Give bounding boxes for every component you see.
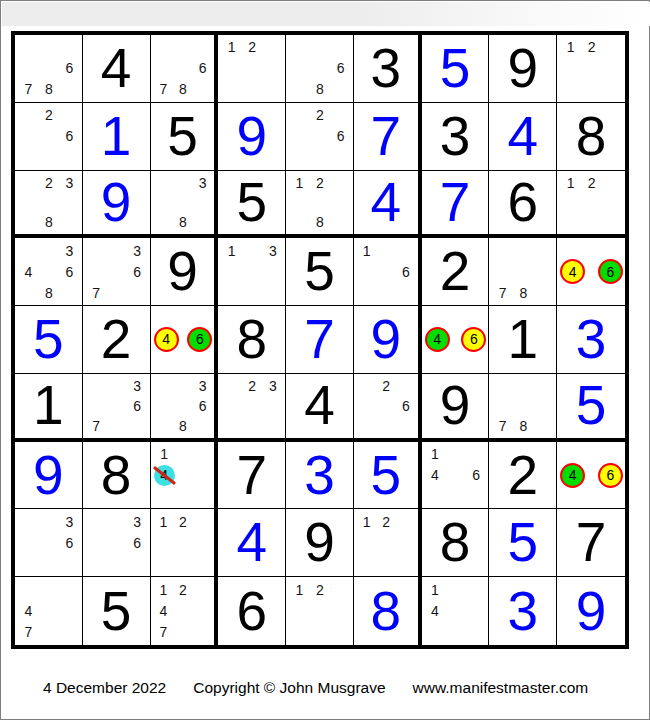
- candidate-grid: 128: [289, 173, 351, 233]
- candidate-slot-6: 6: [598, 259, 623, 284]
- candidate-grid: 12: [221, 37, 283, 100]
- candidate-7: 7: [86, 282, 107, 303]
- cell-r9c1[interactable]: 47: [15, 577, 83, 645]
- cell-value: 8: [354, 577, 418, 645]
- candidate-3: 3: [59, 240, 80, 261]
- cell-r8c5[interactable]: 9: [286, 509, 354, 577]
- candidate-8: 8: [513, 282, 534, 303]
- candidate-slot-4: 4: [154, 327, 179, 352]
- cell-r9c7[interactable]: 14: [422, 577, 490, 645]
- candidate-6: 6: [59, 58, 80, 79]
- footer-date: 4 December 2022: [43, 679, 166, 697]
- candidate-2: 2: [173, 579, 193, 600]
- cell-r8c9[interactable]: 7: [557, 509, 625, 577]
- candidate-3: 3: [127, 240, 148, 261]
- candidate-3: 3: [127, 511, 148, 532]
- cell-r1c8[interactable]: 9: [489, 35, 557, 103]
- candidate-2: 2: [39, 173, 60, 193]
- candidate-4: 4: [425, 600, 446, 621]
- cell-value: 1: [15, 374, 82, 438]
- candidate-slot-4: 4: [560, 463, 585, 488]
- cell-value: 8: [218, 306, 285, 373]
- cell-value: 2: [489, 442, 556, 509]
- candidate-4-highlight-yellow: 4: [560, 259, 585, 284]
- candidate-1: 1: [357, 240, 377, 261]
- cell-r4c9[interactable]: 46: [557, 238, 625, 306]
- cell-r9c8[interactable]: 3: [489, 577, 557, 645]
- candidate-2: 2: [39, 105, 60, 126]
- cell-r9c4[interactable]: 6: [218, 577, 286, 645]
- candidate-6: 6: [193, 396, 213, 416]
- cell-r8c4[interactable]: 4: [218, 509, 286, 577]
- cell-value: 9: [83, 171, 150, 235]
- candidate-grid: 678: [154, 37, 213, 100]
- cell-r2c6[interactable]: 7: [354, 103, 422, 171]
- cell-r7c4[interactable]: 7: [218, 442, 286, 510]
- cell-r4c6[interactable]: 16: [354, 238, 422, 306]
- cell-value: 4: [218, 509, 285, 576]
- cell-r1c2[interactable]: 4: [83, 35, 151, 103]
- cell-r6c4[interactable]: 23: [218, 374, 286, 442]
- cell-r1c4[interactable]: 12: [218, 35, 286, 103]
- candidate-1: 1: [154, 444, 175, 465]
- cell-r2c2[interactable]: 1: [83, 103, 151, 171]
- cell-value: 3: [557, 306, 625, 373]
- cell-r3c2[interactable]: 9: [83, 171, 151, 239]
- candidate-6: 6: [127, 261, 148, 282]
- cell-r2c7[interactable]: 3: [422, 103, 490, 171]
- candidate-3: 3: [263, 240, 284, 261]
- cell-value: 4: [354, 171, 418, 235]
- cell-value: 8: [422, 509, 489, 576]
- candidate-slot-6: 6: [461, 327, 486, 352]
- candidate-4: 4: [18, 261, 39, 282]
- cell-r1c9[interactable]: 12: [557, 35, 625, 103]
- candidate-grid: 12: [560, 37, 623, 100]
- candidate-6: 6: [396, 396, 416, 416]
- candidate-8: 8: [310, 79, 331, 100]
- candidate-2: 2: [310, 173, 331, 193]
- cell-r2c4[interactable]: 9: [218, 103, 286, 171]
- candidate-grid: 78: [492, 240, 554, 303]
- candidate-grid: 367: [86, 240, 148, 303]
- candidate-2: 2: [581, 37, 602, 58]
- candidate-3: 3: [193, 376, 213, 396]
- candidate-grid: 678: [18, 37, 80, 100]
- cell-r3c8[interactable]: 6: [489, 171, 557, 239]
- cell-value: 1: [489, 306, 556, 373]
- cell-r8c1[interactable]: 36: [15, 509, 83, 577]
- candidate-7: 7: [86, 416, 107, 436]
- candidate-6: 6: [127, 396, 148, 416]
- cell-value: 2: [422, 238, 489, 305]
- candidate-slot-4: 4: [154, 465, 175, 486]
- sudoku-board: 6784678126835912261592673482389385128476…: [11, 31, 629, 649]
- cell-value: 7: [422, 171, 489, 235]
- cell-value: 4: [83, 35, 150, 102]
- candidate-grid: 14: [154, 444, 213, 507]
- candidate-1: 1: [221, 37, 242, 58]
- cell-r1c5[interactable]: 68: [286, 35, 354, 103]
- cell-r5c4[interactable]: 8: [218, 306, 286, 374]
- candidate-slot-4: 4: [425, 327, 450, 352]
- candidate-slot-6: 6: [187, 327, 212, 352]
- cell-value: 3: [422, 103, 489, 170]
- cell-r7c1[interactable]: 9: [15, 442, 83, 510]
- candidate-grid: 68: [289, 37, 351, 100]
- cell-r8c2[interactable]: 36: [83, 509, 151, 577]
- cell-r2c1[interactable]: 26: [15, 103, 83, 171]
- cell-r5c9[interactable]: 3: [557, 306, 625, 374]
- cell-r2c5[interactable]: 26: [286, 103, 354, 171]
- footer-copyright: Copyright © John Musgrave: [193, 679, 385, 697]
- candidate-grid: 146: [425, 444, 487, 507]
- candidate-1: 1: [357, 511, 377, 532]
- candidate-6: 6: [193, 58, 213, 79]
- candidate-3: 3: [59, 173, 80, 193]
- candidate-7: 7: [492, 416, 513, 436]
- candidate-2: 2: [376, 376, 396, 396]
- candidate-grid: 38: [154, 173, 213, 233]
- candidate-6: 6: [59, 261, 80, 282]
- cell-r7c2[interactable]: 8: [83, 442, 151, 510]
- candidate-1: 1: [289, 579, 310, 600]
- candidate-6: 6: [127, 532, 148, 553]
- cell-value: 9: [286, 509, 353, 576]
- candidate-1: 1: [289, 173, 310, 193]
- cell-r9c9[interactable]: 9: [557, 577, 625, 645]
- cell-value: 9: [557, 577, 625, 645]
- candidate-grid: 46: [154, 308, 213, 371]
- candidate-3: 3: [193, 173, 213, 193]
- candidate-grid: 26: [18, 105, 80, 168]
- page-frame: 6784678126835912261592673482389385128476…: [0, 0, 650, 720]
- cell-value: 6: [218, 577, 285, 645]
- candidate-grid: 12: [289, 579, 351, 643]
- candidate-grid: 47: [18, 579, 80, 643]
- cell-r1c6[interactable]: 3: [354, 35, 422, 103]
- candidate-2: 2: [242, 37, 263, 58]
- candidate-grid: 14: [425, 579, 487, 643]
- cell-r5c6[interactable]: 9: [354, 306, 422, 374]
- candidate-grid: 367: [86, 376, 148, 436]
- cell-r3c7[interactable]: 7: [422, 171, 490, 239]
- cell-r2c8[interactable]: 4: [489, 103, 557, 171]
- cell-r1c7[interactable]: 5: [422, 35, 490, 103]
- candidate-8: 8: [173, 212, 193, 232]
- footer: 4 December 2022 Copyright © John Musgrav…: [43, 679, 588, 697]
- candidate-4-highlight-green: 4: [425, 327, 450, 352]
- cell-r7c8[interactable]: 2: [489, 442, 557, 510]
- cell-value: 3: [354, 35, 418, 102]
- candidate-grid: 46: [560, 444, 623, 507]
- cell-r9c2[interactable]: 5: [83, 577, 151, 645]
- candidate-7: 7: [18, 79, 39, 100]
- candidate-6: 6: [466, 465, 487, 486]
- candidate-3: 3: [263, 376, 284, 396]
- cell-value: 9: [15, 442, 82, 509]
- cell-r6c3[interactable]: 368: [151, 374, 219, 442]
- candidate-4: 4: [18, 600, 39, 621]
- cell-r5c3[interactable]: 46: [151, 306, 219, 374]
- cell-value: 5: [218, 171, 285, 235]
- cell-value: 5: [151, 103, 215, 170]
- candidate-6-highlight-green: 6: [187, 327, 212, 352]
- candidate-1: 1: [154, 579, 174, 600]
- candidate-grid: 1247: [154, 579, 213, 643]
- cell-value: 9: [489, 35, 556, 102]
- candidate-grid: 12: [154, 511, 213, 574]
- cell-value: 5: [489, 509, 556, 576]
- cell-r7c5[interactable]: 3: [286, 442, 354, 510]
- candidate-1: 1: [560, 173, 581, 193]
- cell-value: 5: [15, 306, 82, 373]
- candidate-grid: 12: [560, 173, 623, 233]
- cell-r3c1[interactable]: 238: [15, 171, 83, 239]
- cell-r7c7[interactable]: 146: [422, 442, 490, 510]
- cell-value: 5: [422, 35, 489, 102]
- cell-value: 2: [83, 306, 150, 373]
- cell-r3c9[interactable]: 12: [557, 171, 625, 239]
- cell-r6c1[interactable]: 1: [15, 374, 83, 442]
- cell-value: 3: [286, 442, 353, 509]
- cell-r4c1[interactable]: 3468: [15, 238, 83, 306]
- cell-value: 7: [557, 509, 625, 576]
- cell-value: 3: [489, 577, 556, 645]
- cell-value: 8: [83, 442, 150, 509]
- cell-r2c3[interactable]: 5: [151, 103, 219, 171]
- candidate-7: 7: [154, 79, 174, 100]
- cell-value: 5: [354, 442, 418, 509]
- cell-r8c6[interactable]: 12: [354, 509, 422, 577]
- cell-value: 8: [557, 103, 625, 170]
- candidate-6-highlight-green: 6: [598, 259, 623, 284]
- candidate-grid: 46: [560, 240, 623, 303]
- cell-value: 1: [83, 103, 150, 170]
- cell-r7c3[interactable]: 14: [151, 442, 219, 510]
- cell-r6c6[interactable]: 26: [354, 374, 422, 442]
- cell-r9c5[interactable]: 12: [286, 577, 354, 645]
- cell-r8c3[interactable]: 12: [151, 509, 219, 577]
- candidate-4-highlight-yellow: 4: [154, 327, 179, 352]
- cell-r3c3[interactable]: 38: [151, 171, 219, 239]
- candidate-1: 1: [154, 511, 174, 532]
- cell-value: 9: [218, 103, 285, 170]
- candidate-grid: 16: [357, 240, 416, 303]
- candidate-7: 7: [154, 622, 174, 643]
- candidate-slot-6: 6: [598, 463, 623, 488]
- cell-value: 7: [354, 103, 418, 170]
- cell-value: 5: [83, 577, 150, 645]
- candidate-1: 1: [221, 240, 242, 261]
- cell-r6c9[interactable]: 5: [557, 374, 625, 442]
- candidate-grid: 46: [425, 308, 487, 371]
- candidate-3: 3: [127, 376, 148, 396]
- candidate-grid: 26: [357, 376, 416, 436]
- cell-r6c2[interactable]: 367: [83, 374, 151, 442]
- cell-r7c9[interactable]: 46: [557, 442, 625, 510]
- candidate-grid: 36: [18, 511, 80, 574]
- candidate-7: 7: [18, 622, 39, 643]
- candidate-6: 6: [59, 126, 80, 147]
- top-bar: [2, 2, 650, 26]
- cell-r4c5[interactable]: 5: [286, 238, 354, 306]
- cell-value: 9: [422, 374, 489, 438]
- candidate-6: 6: [330, 58, 351, 79]
- candidate-6: 6: [330, 126, 351, 147]
- cell-r3c6[interactable]: 4: [354, 171, 422, 239]
- cell-value: 5: [286, 238, 353, 305]
- candidate-2: 2: [310, 105, 331, 126]
- footer-website: www.manifestmaster.com: [413, 679, 589, 697]
- candidate-4: 4: [154, 600, 174, 621]
- candidate-6: 6: [396, 261, 416, 282]
- candidate-grid: 13: [221, 240, 283, 303]
- cell-value: 9: [151, 238, 215, 305]
- candidate-4-highlight-cyan-struck: 4: [154, 465, 175, 486]
- candidate-8: 8: [310, 212, 331, 232]
- candidate-4-highlight-green: 4: [560, 463, 585, 488]
- cell-r2c9[interactable]: 8: [557, 103, 625, 171]
- cell-r6c7[interactable]: 9: [422, 374, 490, 442]
- cell-r4c2[interactable]: 367: [83, 238, 151, 306]
- candidate-6: 6: [59, 532, 80, 553]
- candidate-6-highlight-yellow: 6: [598, 463, 623, 488]
- cell-r5c8[interactable]: 1: [489, 306, 557, 374]
- cell-r4c8[interactable]: 78: [489, 238, 557, 306]
- candidate-grid: 36: [86, 511, 148, 574]
- candidate-1: 1: [560, 37, 581, 58]
- cell-r5c1[interactable]: 5: [15, 306, 83, 374]
- candidate-grid: 3468: [18, 240, 80, 303]
- candidate-grid: 368: [154, 376, 213, 436]
- cell-r4c3[interactable]: 9: [151, 238, 219, 306]
- candidate-grid: 23: [221, 376, 283, 436]
- cell-r4c7[interactable]: 2: [422, 238, 490, 306]
- cell-value: 4: [489, 103, 556, 170]
- cell-r5c5[interactable]: 7: [286, 306, 354, 374]
- candidate-2: 2: [581, 173, 602, 193]
- cell-r9c3[interactable]: 1247: [151, 577, 219, 645]
- candidate-8: 8: [513, 416, 534, 436]
- candidate-1: 1: [425, 444, 446, 465]
- cell-r1c1[interactable]: 678: [15, 35, 83, 103]
- cell-value: 7: [218, 442, 285, 509]
- cell-value: 5: [557, 374, 625, 438]
- cell-value: 9: [354, 306, 418, 373]
- candidate-grid: 12: [357, 511, 416, 574]
- cell-r9c6[interactable]: 8: [354, 577, 422, 645]
- cell-value: 4: [286, 374, 353, 438]
- candidate-grid: 26: [289, 105, 351, 168]
- candidate-4: 4: [425, 465, 446, 486]
- candidate-1: 1: [425, 579, 446, 600]
- cell-r6c5[interactable]: 4: [286, 374, 354, 442]
- cell-r7c6[interactable]: 5: [354, 442, 422, 510]
- cell-r5c2[interactable]: 2: [83, 306, 151, 374]
- cell-r8c7[interactable]: 8: [422, 509, 490, 577]
- candidate-grid: 78: [492, 376, 554, 436]
- candidate-3: 3: [59, 511, 80, 532]
- candidate-2: 2: [310, 579, 331, 600]
- cell-r4c4[interactable]: 13: [218, 238, 286, 306]
- cell-value: 6: [489, 171, 556, 235]
- candidate-8: 8: [39, 79, 60, 100]
- cell-r3c4[interactable]: 5: [218, 171, 286, 239]
- cell-r6c8[interactable]: 78: [489, 374, 557, 442]
- cell-r5c7[interactable]: 46: [422, 306, 490, 374]
- cell-r8c8[interactable]: 5: [489, 509, 557, 577]
- candidate-2: 2: [173, 511, 193, 532]
- candidate-7: 7: [492, 282, 513, 303]
- candidate-grid: 238: [18, 173, 80, 233]
- cell-value: 7: [286, 306, 353, 373]
- candidate-slot-4: 4: [560, 259, 585, 284]
- candidate-2: 2: [376, 511, 396, 532]
- candidate-8: 8: [173, 416, 193, 436]
- candidate-8: 8: [39, 212, 60, 232]
- candidate-6-highlight-yellow: 6: [461, 327, 486, 352]
- cell-r3c5[interactable]: 128: [286, 171, 354, 239]
- candidate-2: 2: [242, 376, 263, 396]
- candidate-8: 8: [173, 79, 193, 100]
- cell-r1c3[interactable]: 678: [151, 35, 219, 103]
- candidate-8: 8: [39, 282, 60, 303]
